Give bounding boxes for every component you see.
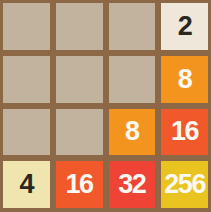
tile-8: 8 bbox=[109, 109, 156, 156]
tile-256: 256 bbox=[161, 161, 208, 208]
tile-16: 16 bbox=[161, 109, 208, 156]
tile-4: 4 bbox=[3, 161, 50, 208]
empty-cell bbox=[3, 3, 50, 50]
tile-32: 32 bbox=[109, 161, 156, 208]
empty-cell bbox=[109, 3, 156, 50]
tile-2: 2 bbox=[161, 3, 208, 50]
empty-cell bbox=[3, 109, 50, 156]
tile-8: 8 bbox=[161, 56, 208, 103]
empty-cell bbox=[56, 56, 103, 103]
2048-board[interactable]: 2881641632256 bbox=[0, 0, 211, 212]
empty-cell bbox=[3, 56, 50, 103]
empty-cell bbox=[56, 109, 103, 156]
tile-16: 16 bbox=[56, 161, 103, 208]
empty-cell bbox=[109, 56, 156, 103]
empty-cell bbox=[56, 3, 103, 50]
